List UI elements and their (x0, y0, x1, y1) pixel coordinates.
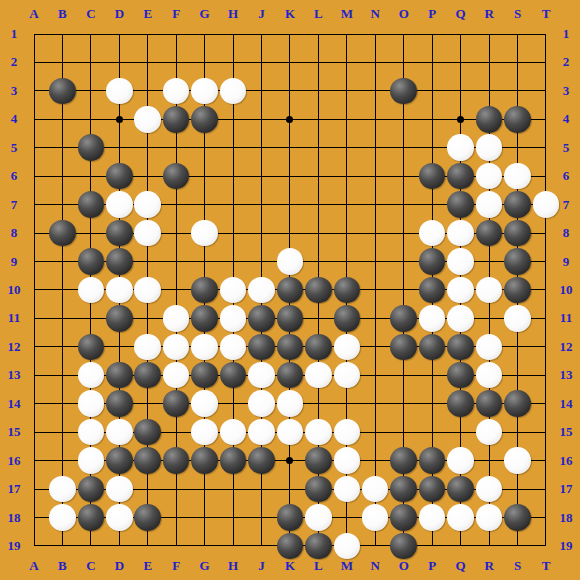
intersection-B12[interactable] (48, 333, 76, 361)
intersection-M16[interactable] (333, 446, 361, 474)
intersection-O11[interactable] (389, 304, 417, 332)
intersection-D2[interactable] (105, 48, 133, 76)
intersection-P2[interactable] (418, 48, 446, 76)
intersection-R15[interactable] (475, 418, 503, 446)
intersection-K3[interactable] (276, 77, 304, 105)
intersection-J4[interactable] (247, 105, 275, 133)
intersection-R13[interactable] (475, 361, 503, 389)
intersection-K10[interactable] (276, 276, 304, 304)
intersection-K19[interactable] (276, 532, 304, 560)
intersection-F4[interactable] (162, 105, 190, 133)
intersection-R4[interactable] (475, 105, 503, 133)
intersection-G9[interactable] (190, 247, 218, 275)
intersection-F9[interactable] (162, 247, 190, 275)
intersection-D7[interactable] (105, 190, 133, 218)
intersection-J12[interactable] (247, 333, 275, 361)
intersection-R1[interactable] (475, 20, 503, 48)
intersection-E19[interactable] (134, 532, 162, 560)
intersection-B8[interactable] (48, 219, 76, 247)
intersection-A13[interactable] (20, 361, 48, 389)
intersection-A15[interactable] (20, 418, 48, 446)
intersection-J17[interactable] (247, 475, 275, 503)
intersection-D15[interactable] (105, 418, 133, 446)
intersection-R7[interactable] (475, 190, 503, 218)
intersection-P3[interactable] (418, 77, 446, 105)
intersection-F16[interactable] (162, 446, 190, 474)
intersection-C9[interactable] (77, 247, 105, 275)
intersection-C12[interactable] (77, 333, 105, 361)
intersection-Q12[interactable] (446, 333, 474, 361)
intersection-T3[interactable] (532, 77, 560, 105)
intersection-S10[interactable] (503, 276, 531, 304)
intersection-C6[interactable] (77, 162, 105, 190)
intersection-O2[interactable] (389, 48, 417, 76)
intersection-Q2[interactable] (446, 48, 474, 76)
intersection-G7[interactable] (190, 190, 218, 218)
intersection-G10[interactable] (190, 276, 218, 304)
intersection-J3[interactable] (247, 77, 275, 105)
intersection-S1[interactable] (503, 20, 531, 48)
intersection-G8[interactable] (190, 219, 218, 247)
intersection-A8[interactable] (20, 219, 48, 247)
intersection-N16[interactable] (361, 446, 389, 474)
intersection-O3[interactable] (389, 77, 417, 105)
intersection-N2[interactable] (361, 48, 389, 76)
intersection-N17[interactable] (361, 475, 389, 503)
intersection-N13[interactable] (361, 361, 389, 389)
intersection-L14[interactable] (304, 389, 332, 417)
intersection-F6[interactable] (162, 162, 190, 190)
intersection-D16[interactable] (105, 446, 133, 474)
intersection-E4[interactable] (134, 105, 162, 133)
intersection-P16[interactable] (418, 446, 446, 474)
intersection-G12[interactable] (190, 333, 218, 361)
intersection-Q16[interactable] (446, 446, 474, 474)
intersection-C11[interactable] (77, 304, 105, 332)
intersection-O17[interactable] (389, 475, 417, 503)
intersection-F11[interactable] (162, 304, 190, 332)
intersection-C14[interactable] (77, 389, 105, 417)
intersection-J1[interactable] (247, 20, 275, 48)
intersection-L11[interactable] (304, 304, 332, 332)
intersection-K7[interactable] (276, 190, 304, 218)
intersection-P10[interactable] (418, 276, 446, 304)
intersection-L7[interactable] (304, 190, 332, 218)
intersection-F17[interactable] (162, 475, 190, 503)
intersection-A5[interactable] (20, 134, 48, 162)
intersection-G4[interactable] (190, 105, 218, 133)
intersection-O10[interactable] (389, 276, 417, 304)
intersection-O9[interactable] (389, 247, 417, 275)
intersection-D4[interactable] (105, 105, 133, 133)
intersection-K13[interactable] (276, 361, 304, 389)
intersection-R18[interactable] (475, 503, 503, 531)
intersection-M6[interactable] (333, 162, 361, 190)
intersection-D1[interactable] (105, 20, 133, 48)
intersection-J8[interactable] (247, 219, 275, 247)
intersection-G14[interactable] (190, 389, 218, 417)
intersection-H17[interactable] (219, 475, 247, 503)
intersection-F12[interactable] (162, 333, 190, 361)
intersection-L2[interactable] (304, 48, 332, 76)
intersection-A1[interactable] (20, 20, 48, 48)
intersection-B14[interactable] (48, 389, 76, 417)
intersection-A19[interactable] (20, 532, 48, 560)
intersection-P17[interactable] (418, 475, 446, 503)
intersection-A9[interactable] (20, 247, 48, 275)
intersection-H3[interactable] (219, 77, 247, 105)
intersection-L1[interactable] (304, 20, 332, 48)
intersection-O6[interactable] (389, 162, 417, 190)
intersection-H16[interactable] (219, 446, 247, 474)
intersection-G18[interactable] (190, 503, 218, 531)
intersection-C13[interactable] (77, 361, 105, 389)
intersection-G6[interactable] (190, 162, 218, 190)
intersection-T12[interactable] (532, 333, 560, 361)
intersection-C1[interactable] (77, 20, 105, 48)
intersection-L3[interactable] (304, 77, 332, 105)
intersection-E17[interactable] (134, 475, 162, 503)
intersection-R11[interactable] (475, 304, 503, 332)
intersection-F8[interactable] (162, 219, 190, 247)
intersection-M11[interactable] (333, 304, 361, 332)
intersection-O4[interactable] (389, 105, 417, 133)
intersection-M17[interactable] (333, 475, 361, 503)
intersection-E10[interactable] (134, 276, 162, 304)
intersection-J15[interactable] (247, 418, 275, 446)
intersection-G3[interactable] (190, 77, 218, 105)
intersection-F2[interactable] (162, 48, 190, 76)
intersection-M19[interactable] (333, 532, 361, 560)
intersection-P8[interactable] (418, 219, 446, 247)
intersection-H9[interactable] (219, 247, 247, 275)
intersection-T1[interactable] (532, 20, 560, 48)
intersection-S5[interactable] (503, 134, 531, 162)
intersection-B17[interactable] (48, 475, 76, 503)
intersection-E7[interactable] (134, 190, 162, 218)
intersection-G17[interactable] (190, 475, 218, 503)
intersection-J5[interactable] (247, 134, 275, 162)
intersection-A12[interactable] (20, 333, 48, 361)
intersection-P4[interactable] (418, 105, 446, 133)
intersection-K8[interactable] (276, 219, 304, 247)
intersection-C10[interactable] (77, 276, 105, 304)
intersection-S14[interactable] (503, 389, 531, 417)
intersection-E18[interactable] (134, 503, 162, 531)
intersection-D19[interactable] (105, 532, 133, 560)
intersection-S8[interactable] (503, 219, 531, 247)
intersection-N8[interactable] (361, 219, 389, 247)
intersection-T9[interactable] (532, 247, 560, 275)
intersection-C16[interactable] (77, 446, 105, 474)
intersection-K5[interactable] (276, 134, 304, 162)
intersection-D13[interactable] (105, 361, 133, 389)
intersection-M8[interactable] (333, 219, 361, 247)
intersection-H13[interactable] (219, 361, 247, 389)
intersection-D8[interactable] (105, 219, 133, 247)
intersection-O14[interactable] (389, 389, 417, 417)
intersection-S17[interactable] (503, 475, 531, 503)
intersection-A6[interactable] (20, 162, 48, 190)
intersection-T15[interactable] (532, 418, 560, 446)
intersection-B2[interactable] (48, 48, 76, 76)
intersection-F19[interactable] (162, 532, 190, 560)
intersection-D9[interactable] (105, 247, 133, 275)
intersection-E11[interactable] (134, 304, 162, 332)
intersection-H6[interactable] (219, 162, 247, 190)
intersection-H15[interactable] (219, 418, 247, 446)
intersection-P1[interactable] (418, 20, 446, 48)
intersection-E14[interactable] (134, 389, 162, 417)
intersection-R19[interactable] (475, 532, 503, 560)
intersection-B5[interactable] (48, 134, 76, 162)
intersection-R2[interactable] (475, 48, 503, 76)
intersection-L6[interactable] (304, 162, 332, 190)
intersection-D17[interactable] (105, 475, 133, 503)
intersection-P9[interactable] (418, 247, 446, 275)
intersection-G5[interactable] (190, 134, 218, 162)
intersection-S7[interactable] (503, 190, 531, 218)
intersection-B10[interactable] (48, 276, 76, 304)
intersection-P5[interactable] (418, 134, 446, 162)
intersection-E6[interactable] (134, 162, 162, 190)
intersection-A18[interactable] (20, 503, 48, 531)
intersection-O13[interactable] (389, 361, 417, 389)
intersection-H5[interactable] (219, 134, 247, 162)
intersection-D12[interactable] (105, 333, 133, 361)
intersection-T14[interactable] (532, 389, 560, 417)
intersection-P13[interactable] (418, 361, 446, 389)
intersection-H12[interactable] (219, 333, 247, 361)
intersection-J2[interactable] (247, 48, 275, 76)
intersection-A3[interactable] (20, 77, 48, 105)
intersection-O18[interactable] (389, 503, 417, 531)
intersection-M18[interactable] (333, 503, 361, 531)
intersection-M1[interactable] (333, 20, 361, 48)
intersection-C8[interactable] (77, 219, 105, 247)
intersection-D5[interactable] (105, 134, 133, 162)
intersection-E1[interactable] (134, 20, 162, 48)
intersection-N12[interactable] (361, 333, 389, 361)
intersection-R9[interactable] (475, 247, 503, 275)
intersection-T5[interactable] (532, 134, 560, 162)
intersection-O5[interactable] (389, 134, 417, 162)
intersection-Q11[interactable] (446, 304, 474, 332)
intersection-A2[interactable] (20, 48, 48, 76)
intersection-C19[interactable] (77, 532, 105, 560)
intersection-A16[interactable] (20, 446, 48, 474)
intersection-S13[interactable] (503, 361, 531, 389)
intersection-K18[interactable] (276, 503, 304, 531)
intersection-L5[interactable] (304, 134, 332, 162)
intersection-D6[interactable] (105, 162, 133, 190)
intersection-O15[interactable] (389, 418, 417, 446)
intersection-O1[interactable] (389, 20, 417, 48)
intersection-K6[interactable] (276, 162, 304, 190)
intersection-P12[interactable] (418, 333, 446, 361)
intersection-J14[interactable] (247, 389, 275, 417)
intersection-Q19[interactable] (446, 532, 474, 560)
intersection-P18[interactable] (418, 503, 446, 531)
intersection-B4[interactable] (48, 105, 76, 133)
intersection-H18[interactable] (219, 503, 247, 531)
intersection-M14[interactable] (333, 389, 361, 417)
intersection-N9[interactable] (361, 247, 389, 275)
intersection-T18[interactable] (532, 503, 560, 531)
intersection-A11[interactable] (20, 304, 48, 332)
intersection-O8[interactable] (389, 219, 417, 247)
intersection-K14[interactable] (276, 389, 304, 417)
intersection-S4[interactable] (503, 105, 531, 133)
intersection-L12[interactable] (304, 333, 332, 361)
intersection-N10[interactable] (361, 276, 389, 304)
intersection-N3[interactable] (361, 77, 389, 105)
intersection-F5[interactable] (162, 134, 190, 162)
intersection-Q5[interactable] (446, 134, 474, 162)
intersection-S12[interactable] (503, 333, 531, 361)
intersection-Q13[interactable] (446, 361, 474, 389)
intersection-Q15[interactable] (446, 418, 474, 446)
intersection-B6[interactable] (48, 162, 76, 190)
intersection-L16[interactable] (304, 446, 332, 474)
intersection-N18[interactable] (361, 503, 389, 531)
intersection-S19[interactable] (503, 532, 531, 560)
intersection-B19[interactable] (48, 532, 76, 560)
intersection-N7[interactable] (361, 190, 389, 218)
intersection-Q14[interactable] (446, 389, 474, 417)
intersection-F7[interactable] (162, 190, 190, 218)
intersection-S2[interactable] (503, 48, 531, 76)
intersection-E3[interactable] (134, 77, 162, 105)
intersection-E15[interactable] (134, 418, 162, 446)
intersection-B13[interactable] (48, 361, 76, 389)
intersection-R6[interactable] (475, 162, 503, 190)
intersection-J7[interactable] (247, 190, 275, 218)
intersection-E2[interactable] (134, 48, 162, 76)
intersection-E13[interactable] (134, 361, 162, 389)
intersection-R14[interactable] (475, 389, 503, 417)
intersection-Q18[interactable] (446, 503, 474, 531)
intersection-F18[interactable] (162, 503, 190, 531)
intersection-N1[interactable] (361, 20, 389, 48)
intersection-D3[interactable] (105, 77, 133, 105)
intersection-M5[interactable] (333, 134, 361, 162)
intersection-C18[interactable] (77, 503, 105, 531)
intersection-Q4[interactable] (446, 105, 474, 133)
intersection-P11[interactable] (418, 304, 446, 332)
intersection-L10[interactable] (304, 276, 332, 304)
intersection-A14[interactable] (20, 389, 48, 417)
intersection-L17[interactable] (304, 475, 332, 503)
intersection-P19[interactable] (418, 532, 446, 560)
intersection-O16[interactable] (389, 446, 417, 474)
intersection-H11[interactable] (219, 304, 247, 332)
intersection-D10[interactable] (105, 276, 133, 304)
intersection-J13[interactable] (247, 361, 275, 389)
intersection-D18[interactable] (105, 503, 133, 531)
intersection-M12[interactable] (333, 333, 361, 361)
intersection-B1[interactable] (48, 20, 76, 48)
intersection-G16[interactable] (190, 446, 218, 474)
intersection-H1[interactable] (219, 20, 247, 48)
intersection-M7[interactable] (333, 190, 361, 218)
intersection-E5[interactable] (134, 134, 162, 162)
intersection-M2[interactable] (333, 48, 361, 76)
intersection-S3[interactable] (503, 77, 531, 105)
intersection-T10[interactable] (532, 276, 560, 304)
intersection-P6[interactable] (418, 162, 446, 190)
intersection-H8[interactable] (219, 219, 247, 247)
intersection-T13[interactable] (532, 361, 560, 389)
intersection-J11[interactable] (247, 304, 275, 332)
intersection-K2[interactable] (276, 48, 304, 76)
intersection-L8[interactable] (304, 219, 332, 247)
intersection-C4[interactable] (77, 105, 105, 133)
intersection-B3[interactable] (48, 77, 76, 105)
intersection-B9[interactable] (48, 247, 76, 275)
intersection-T7[interactable] (532, 190, 560, 218)
intersection-H19[interactable] (219, 532, 247, 560)
intersection-K16[interactable] (276, 446, 304, 474)
intersection-R17[interactable] (475, 475, 503, 503)
intersection-B18[interactable] (48, 503, 76, 531)
intersection-Q10[interactable] (446, 276, 474, 304)
intersection-Q6[interactable] (446, 162, 474, 190)
intersection-K17[interactable] (276, 475, 304, 503)
intersection-B11[interactable] (48, 304, 76, 332)
intersection-Q1[interactable] (446, 20, 474, 48)
intersection-C5[interactable] (77, 134, 105, 162)
intersection-M13[interactable] (333, 361, 361, 389)
intersection-C15[interactable] (77, 418, 105, 446)
intersection-K12[interactable] (276, 333, 304, 361)
intersection-F1[interactable] (162, 20, 190, 48)
intersection-Q9[interactable] (446, 247, 474, 275)
intersection-L15[interactable] (304, 418, 332, 446)
intersection-T11[interactable] (532, 304, 560, 332)
intersection-N4[interactable] (361, 105, 389, 133)
intersection-N14[interactable] (361, 389, 389, 417)
intersection-N19[interactable] (361, 532, 389, 560)
intersection-C2[interactable] (77, 48, 105, 76)
intersection-H4[interactable] (219, 105, 247, 133)
intersection-E16[interactable] (134, 446, 162, 474)
intersection-J18[interactable] (247, 503, 275, 531)
intersection-C3[interactable] (77, 77, 105, 105)
intersection-K15[interactable] (276, 418, 304, 446)
intersection-D14[interactable] (105, 389, 133, 417)
intersection-J16[interactable] (247, 446, 275, 474)
intersection-R10[interactable] (475, 276, 503, 304)
intersection-R5[interactable] (475, 134, 503, 162)
intersection-T2[interactable] (532, 48, 560, 76)
intersection-G11[interactable] (190, 304, 218, 332)
intersection-M3[interactable] (333, 77, 361, 105)
intersection-T17[interactable] (532, 475, 560, 503)
intersection-C7[interactable] (77, 190, 105, 218)
intersection-L18[interactable] (304, 503, 332, 531)
intersection-A4[interactable] (20, 105, 48, 133)
intersection-M15[interactable] (333, 418, 361, 446)
intersection-F13[interactable] (162, 361, 190, 389)
intersection-P15[interactable] (418, 418, 446, 446)
intersection-L19[interactable] (304, 532, 332, 560)
intersection-D11[interactable] (105, 304, 133, 332)
intersection-G13[interactable] (190, 361, 218, 389)
intersection-B7[interactable] (48, 190, 76, 218)
intersection-C17[interactable] (77, 475, 105, 503)
intersection-T6[interactable] (532, 162, 560, 190)
